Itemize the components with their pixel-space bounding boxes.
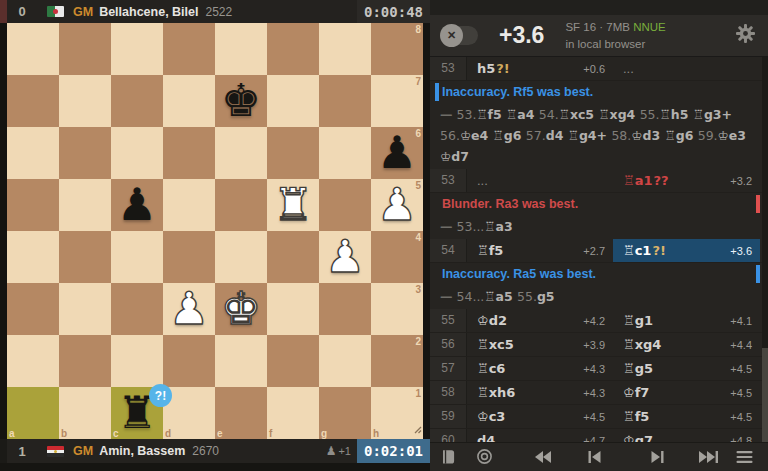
move-58-black[interactable]: ♔f7+4.5 (613, 381, 760, 404)
move-56-white[interactable]: ♖xc5+3.9 (467, 333, 613, 356)
engine-eval: +3.6 (499, 22, 544, 49)
square-f2[interactable] (267, 335, 319, 387)
square-c7[interactable] (111, 75, 163, 127)
square-e5[interactable] (215, 179, 267, 231)
engine-toggle-knob[interactable]: ✕ (440, 24, 463, 47)
goal-target-icon[interactable] (476, 448, 493, 469)
top-player-bar: 0 GM Bellahcene, Bilel 2522 0:00:48 (0, 0, 430, 23)
move-row-58: 58♖xh6+4.3♔f7+4.5 (430, 381, 768, 405)
square-a8[interactable] (7, 23, 59, 75)
engine-toggle[interactable]: ✕ (442, 26, 478, 45)
square-e3[interactable]: ♚ (215, 283, 267, 335)
square-h7[interactable]: 7 (371, 75, 423, 127)
square-e4[interactable] (215, 231, 267, 283)
square-d2[interactable] (163, 335, 215, 387)
square-c4[interactable] (111, 231, 163, 283)
move-number: 58 (430, 381, 467, 404)
variation-line[interactable]: —54...♖a5 55.g5 (430, 285, 768, 309)
bottom-player-score: 1 (7, 444, 37, 459)
black-king-e7[interactable]: ♚ (215, 75, 267, 127)
top-player-name: Bellahcene, Bilel (99, 5, 198, 19)
file-coordinate-b: b (61, 428, 67, 439)
square-d5[interactable] (163, 179, 215, 231)
move-54-white[interactable]: ♖f5+2.7 (467, 239, 613, 262)
square-f4[interactable] (267, 231, 319, 283)
square-d4[interactable] (163, 231, 215, 283)
square-h6[interactable]: 6♟ (371, 127, 423, 179)
move-row-53: 53...♖a1??+3.2 (430, 169, 768, 193)
board-resize-handle[interactable] (412, 420, 422, 438)
eval-bar (0, 23, 7, 439)
move-60-black[interactable]: ♔g7+4.8 (613, 429, 760, 442)
file-coordinate-g: g (321, 428, 327, 439)
square-b6[interactable] (59, 127, 111, 179)
menu-icon[interactable] (736, 450, 753, 468)
square-a2[interactable] (7, 335, 59, 387)
square-c8[interactable] (111, 23, 163, 75)
move-number: 53 (430, 169, 467, 192)
top-player-title: GM (73, 5, 93, 19)
move-53-black[interactable]: ... (613, 57, 760, 80)
black-pawn-h6[interactable]: ♟ (371, 127, 423, 179)
square-e1[interactable]: e (215, 387, 267, 439)
square-b8[interactable] (59, 23, 111, 75)
move-row-55: 55♔d2+4.2♖g1+4.1 (430, 309, 768, 333)
square-e7[interactable]: ♚ (215, 75, 267, 127)
board: 8♚76♟♟♜5♟♟4♟♚32abc♜defgh1?! (7, 23, 423, 439)
square-g1[interactable]: g (319, 387, 371, 439)
square-h8[interactable]: 8 (371, 23, 423, 75)
black-pawn-c5[interactable]: ♟ (111, 179, 163, 231)
move-number: 55 (430, 309, 467, 332)
square-g5[interactable] (319, 179, 371, 231)
square-c3[interactable] (111, 283, 163, 335)
opening-book-icon[interactable] (440, 449, 457, 469)
rank-coordinate-4: 4 (415, 232, 421, 243)
rank-coordinate-2: 2 (415, 336, 421, 347)
move-row-59: 59♔c3+4.5♖f5+4.5 (430, 405, 768, 429)
move-number: 59 (430, 405, 467, 428)
square-b2[interactable] (59, 335, 111, 387)
square-d6[interactable] (163, 127, 215, 179)
square-f7[interactable] (267, 75, 319, 127)
file-coordinate-f: f (269, 428, 272, 439)
square-a7[interactable] (7, 75, 59, 127)
move-54-black[interactable]: ♖c1?!+3.6 (613, 239, 760, 262)
gear-icon[interactable] (736, 24, 755, 47)
bottom-player-bar: 1 GM Amin, Bassem 2670 ♟ +1 0:02:01 (0, 439, 430, 463)
square-a4[interactable] (7, 231, 59, 283)
move-55-white[interactable]: ♔d2+4.2 (467, 309, 613, 332)
square-a3[interactable] (7, 283, 59, 335)
rank-coordinate-3: 3 (415, 284, 421, 295)
square-a1[interactable]: a (7, 387, 59, 439)
square-h4[interactable]: 4 (371, 231, 423, 283)
rank-coordinate-1: 1 (415, 388, 421, 399)
white-pawn-h5[interactable]: ♟ (371, 179, 423, 231)
move-number: 56 (430, 333, 467, 356)
engine-name: SF 16 · 7MB (565, 21, 630, 33)
square-d8[interactable] (163, 23, 215, 75)
square-g8[interactable] (319, 23, 371, 75)
previous-move-icon[interactable] (586, 450, 603, 468)
move-59-black[interactable]: ♖f5+4.5 (613, 405, 760, 428)
white-pawn-g4[interactable]: ♟ (319, 231, 371, 283)
inaccuracy-comment: Inaccuracy. Ra5 was best. (430, 263, 768, 285)
move-row-57: 57♖c6+4.3♖g5+4.5 (430, 357, 768, 381)
square-c6[interactable] (111, 127, 163, 179)
square-d7[interactable] (163, 75, 215, 127)
move-53-white[interactable]: h5?!+0.6 (467, 57, 613, 80)
material-value: +1 (338, 445, 351, 457)
scrollbar-thumb[interactable] (762, 348, 768, 442)
first-move-icon[interactable] (532, 450, 553, 468)
square-a5[interactable] (7, 179, 59, 231)
square-e2[interactable] (215, 335, 267, 387)
rank-coordinate-8: 8 (415, 24, 421, 35)
engine-info: SF 16 · 7MB NNUE in local browser (565, 19, 665, 51)
move-58-white[interactable]: ♖xh6+4.3 (467, 381, 613, 404)
move-row-56: 56♖xc5+3.9♖xg4+4.4 (430, 333, 768, 357)
bottom-player-clock: 0:02:01 (357, 439, 430, 463)
bottom-bar-edge-strip (0, 439, 7, 463)
blunder-indicator-bar (756, 195, 760, 213)
variation-line[interactable]: —53...♖a3 (430, 215, 768, 239)
move-59-white[interactable]: ♔c3+4.5 (467, 405, 613, 428)
square-c2[interactable] (111, 335, 163, 387)
file-coordinate-d: d (165, 428, 171, 439)
square-h5[interactable]: 5♟ (371, 179, 423, 231)
square-f1[interactable]: f (267, 387, 319, 439)
move-53-black[interactable]: ♖a1??+3.2 (613, 169, 760, 192)
square-f8[interactable] (267, 23, 319, 75)
square-b1[interactable]: b (59, 387, 111, 439)
analysis-panel: ✕ +3.6 SF 16 · 7MB NNUE in local browser… (430, 0, 768, 471)
move-number: 53 (430, 57, 467, 80)
move-56-black[interactable]: ♖xg4+4.4 (613, 333, 760, 356)
square-g2[interactable] (319, 335, 371, 387)
square-h3[interactable]: 3 (371, 283, 423, 335)
inaccuracy-indicator-bar (435, 83, 439, 101)
square-c5[interactable]: ♟ (111, 179, 163, 231)
square-g4[interactable]: ♟ (319, 231, 371, 283)
top-player-score: 0 (7, 4, 37, 19)
move-number: 57 (430, 357, 467, 380)
top-bar-edge-strip (0, 0, 7, 23)
next-move-icon[interactable] (649, 450, 666, 468)
square-b4[interactable] (59, 231, 111, 283)
rank-coordinate-7: 7 (415, 76, 421, 87)
move-number: 54 (430, 239, 467, 262)
square-g6[interactable] (319, 127, 371, 179)
move-57-black[interactable]: ♖g5+4.5 (613, 357, 760, 380)
bottom-player-title: GM (73, 444, 93, 458)
pawn-icon: ♟ (326, 444, 337, 458)
engine-location: in local browser (565, 36, 665, 52)
move-55-black[interactable]: ♖g1+4.1 (613, 309, 760, 332)
panel-top-strip (430, 0, 768, 15)
move-row-54: 54♖f5+2.7♖c1?!+3.6 (430, 239, 768, 263)
white-king-e3[interactable]: ♚ (215, 283, 267, 335)
white-rook-f5[interactable]: ♜ (267, 179, 319, 231)
square-f6[interactable] (267, 127, 319, 179)
square-b5[interactable] (59, 179, 111, 231)
square-e8[interactable] (215, 23, 267, 75)
square-h2[interactable]: 2 (371, 335, 423, 387)
file-coordinate-a: a (9, 428, 15, 439)
square-f5[interactable]: ♜ (267, 179, 319, 231)
square-b7[interactable] (59, 75, 111, 127)
egypt-flag-icon (47, 446, 64, 457)
engine-eval-box: ✕ +3.6 SF 16 · 7MB NNUE in local browser (430, 15, 768, 57)
bottom-player-rating: 2670 (192, 444, 219, 458)
square-b3[interactable] (59, 283, 111, 335)
top-player-clock: 0:00:48 (357, 0, 430, 23)
file-coordinate-h: h (373, 428, 379, 439)
inaccuracy-badge: ?! (149, 384, 172, 407)
square-g7[interactable] (319, 75, 371, 127)
blunder-comment: Blunder. Ra3 was best. (430, 193, 768, 215)
square-a6[interactable] (7, 127, 59, 179)
move-60-white[interactable]: d4+4.7 (467, 429, 613, 442)
file-coordinate-e: e (217, 428, 223, 439)
algeria-flag-icon (47, 6, 64, 17)
move-number: 60 (430, 429, 467, 442)
material-advantage: ♟ +1 (326, 444, 351, 458)
square-h1[interactable]: h1 (371, 387, 423, 439)
last-move-icon[interactable] (698, 450, 719, 468)
move-row-53: 53h5?!+0.6... (430, 57, 768, 81)
square-d3[interactable]: ♟ (163, 283, 215, 335)
variation-line[interactable]: —53.♖f5 ♖a4 54.♖xc5 ♖xg4 55.♖h5 ♖g3+ 56.… (430, 103, 768, 169)
move-53-white[interactable]: ... (467, 169, 613, 192)
inaccuracy-comment: Inaccuracy. Rf5 was best. (430, 81, 768, 103)
engine-nnue-label: NNUE (633, 21, 666, 33)
move-row-60: 60d4+4.7♔g7+4.8 (430, 429, 768, 442)
square-f3[interactable] (267, 283, 319, 335)
square-e6[interactable] (215, 127, 267, 179)
white-pawn-d3[interactable]: ♟ (163, 283, 215, 335)
square-g3[interactable] (319, 283, 371, 335)
inaccuracy-indicator-bar (756, 265, 760, 283)
top-player-rating: 2522 (206, 5, 233, 19)
bottom-player-name: Amin, Bassem (99, 444, 185, 458)
move-list: 53h5?!+0.6...Inaccuracy. Rf5 was best.—5… (430, 57, 768, 442)
analysis-toolbar (430, 442, 768, 471)
move-57-white[interactable]: ♖c6+4.3 (467, 357, 613, 380)
